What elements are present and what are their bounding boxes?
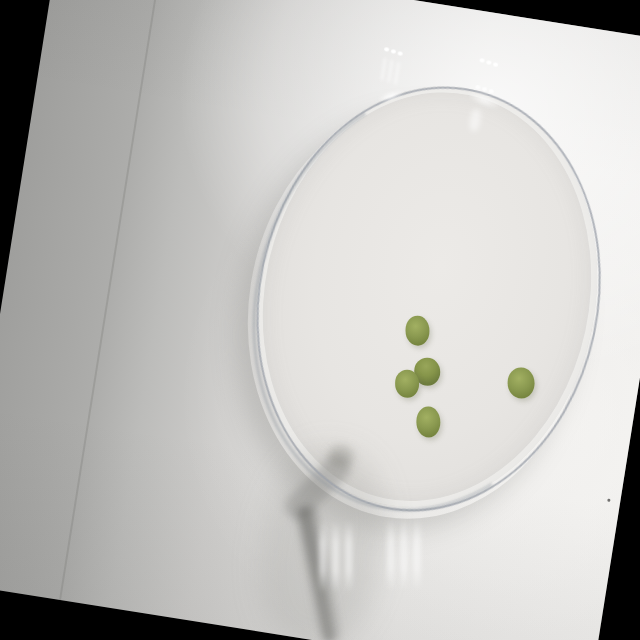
light-streak xyxy=(345,521,352,593)
light-streak xyxy=(387,518,394,590)
light-streak xyxy=(400,518,407,590)
highlight-dot xyxy=(486,60,492,65)
highlight-dot xyxy=(391,49,397,54)
light-streak xyxy=(413,518,420,590)
highlight-streak-small xyxy=(394,62,400,84)
rotated-photo xyxy=(0,0,640,640)
light-streak xyxy=(332,521,339,593)
highlight-streak-small xyxy=(380,58,386,80)
highlight-streak-small xyxy=(387,60,393,82)
light-streak-group-right xyxy=(387,518,420,590)
dust-speck xyxy=(607,498,610,501)
light-streak-group-left xyxy=(319,521,352,593)
dish-rim-lower-left-accent xyxy=(201,42,640,556)
highlight-dot xyxy=(397,51,403,56)
highlight-dot xyxy=(384,47,390,52)
light-streak xyxy=(319,521,326,593)
highlight-dot xyxy=(493,62,499,67)
panel-seam-line xyxy=(59,0,162,600)
photo-frame xyxy=(0,0,640,640)
highlight-dot xyxy=(479,58,485,63)
